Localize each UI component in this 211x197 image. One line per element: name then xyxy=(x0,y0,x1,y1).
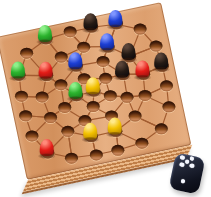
die-pip-top xyxy=(189,163,194,168)
peg-red[interactable] xyxy=(39,139,53,156)
board-hole xyxy=(63,27,76,38)
die[interactable] xyxy=(168,152,205,194)
peg-green[interactable] xyxy=(11,61,25,78)
board-hole xyxy=(77,41,90,52)
board-hole xyxy=(86,101,99,112)
peg-green[interactable] xyxy=(69,82,83,99)
board-hole xyxy=(104,90,117,101)
board-hole xyxy=(26,130,39,141)
board-hole xyxy=(44,112,57,123)
board-hole xyxy=(19,110,32,121)
die-pip-front xyxy=(181,178,186,183)
board-hole xyxy=(99,73,112,84)
peg-red[interactable] xyxy=(38,62,52,79)
board-hole xyxy=(149,41,162,52)
die-pip-top xyxy=(179,162,184,167)
peg-blue[interactable] xyxy=(68,52,82,69)
board-hole xyxy=(155,123,168,134)
board-hole xyxy=(15,91,28,102)
board-hole xyxy=(89,149,102,160)
peg-red[interactable] xyxy=(135,60,149,77)
board-hole xyxy=(58,102,71,113)
board-hole xyxy=(65,152,78,163)
peg-yellow[interactable] xyxy=(86,77,100,94)
board-hole xyxy=(135,137,148,148)
peg-black[interactable] xyxy=(154,52,168,69)
die-pip-top xyxy=(189,156,194,161)
peg-blue[interactable] xyxy=(108,10,122,27)
peg-black[interactable] xyxy=(84,13,98,30)
board-hole xyxy=(112,144,125,155)
board xyxy=(0,2,191,180)
board-hole xyxy=(96,56,109,67)
board-hole xyxy=(162,101,175,112)
photo-background xyxy=(0,0,211,197)
peg-green[interactable] xyxy=(38,25,52,42)
board-hole xyxy=(121,91,134,102)
board-hole xyxy=(160,80,173,91)
